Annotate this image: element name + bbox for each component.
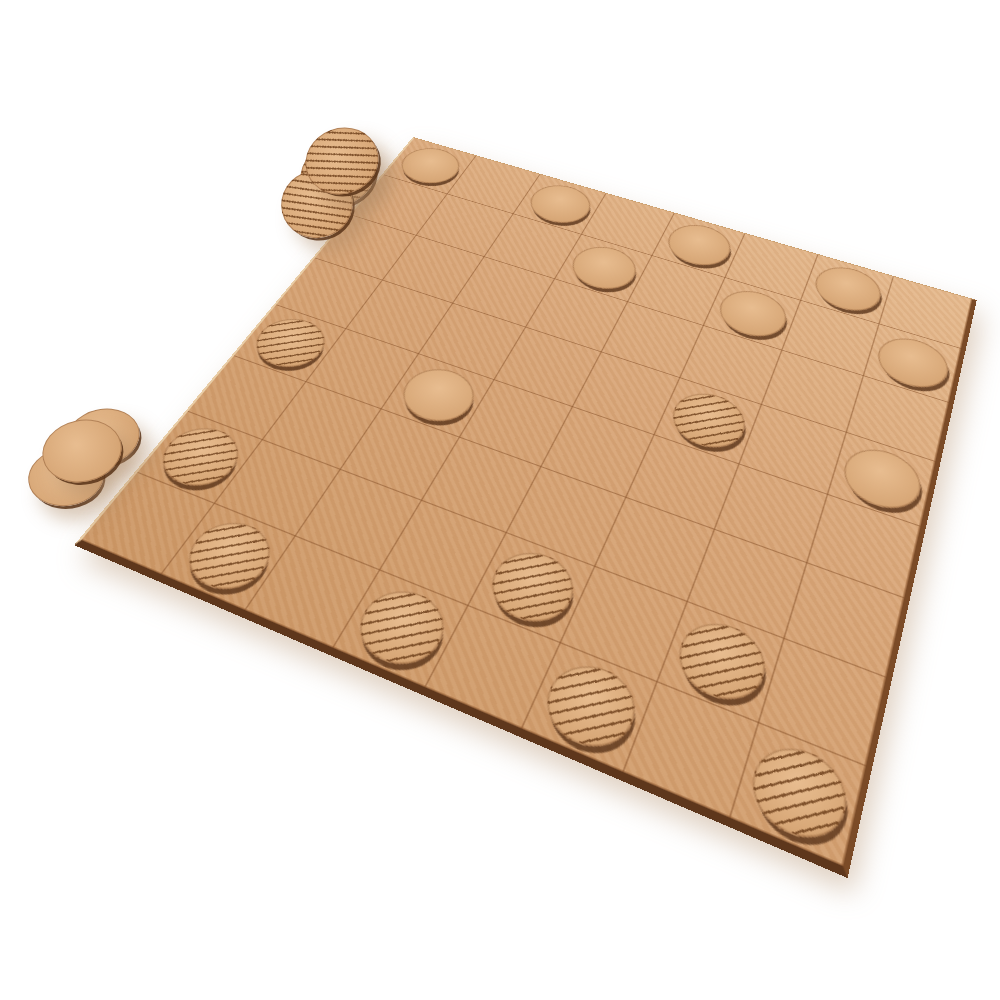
checkers-board: [74, 137, 977, 878]
product-photo-stage: [0, 0, 1000, 1000]
board-perspective-wrapper: [0, 0, 1000, 1000]
